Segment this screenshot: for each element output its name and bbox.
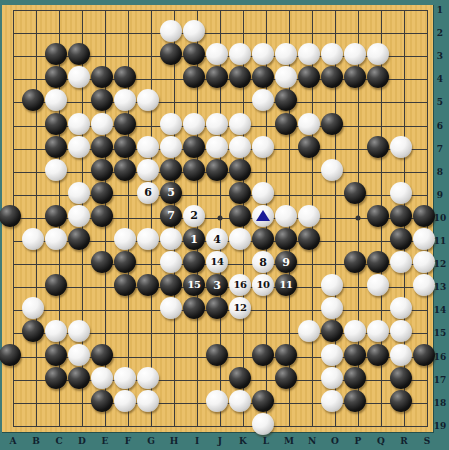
black-stone-I14[interactable]	[183, 297, 205, 319]
white-stone-C8[interactable]	[45, 159, 67, 181]
black-stone-Q12[interactable]	[367, 251, 389, 273]
black-stone-E12[interactable]	[91, 251, 113, 273]
black-stone-I3[interactable]	[183, 43, 205, 65]
white-stone-B14[interactable]	[22, 297, 44, 319]
white-stone-Q3[interactable]	[367, 43, 389, 65]
black-stone-B5[interactable]	[22, 89, 44, 111]
black-stone-L18[interactable]	[252, 390, 274, 412]
black-stone-M12[interactable]: 9	[275, 251, 297, 273]
black-stone-M5[interactable]	[275, 89, 297, 111]
white-stone-L19[interactable]	[252, 413, 274, 435]
black-stone-O15[interactable]	[321, 320, 343, 342]
black-stone-R11[interactable]	[390, 228, 412, 250]
triangle-marker	[256, 210, 270, 221]
white-stone-O14[interactable]	[321, 297, 343, 319]
black-stone-K8[interactable]	[229, 159, 251, 181]
move-number-6: 6	[144, 187, 152, 198]
row-label-16: 16	[434, 352, 447, 362]
black-stone-I7[interactable]	[183, 136, 205, 158]
black-stone-H10[interactable]: 7	[160, 205, 182, 227]
white-stone-M4[interactable]	[275, 66, 297, 88]
white-stone-L3[interactable]	[252, 43, 274, 65]
black-stone-F7[interactable]	[114, 136, 136, 158]
white-stone-C5[interactable]	[45, 89, 67, 111]
black-stone-C7[interactable]	[45, 136, 67, 158]
white-stone-I6[interactable]	[183, 113, 205, 135]
white-stone-R9[interactable]	[390, 182, 412, 204]
row-label-9: 9	[437, 190, 443, 200]
white-stone-N6[interactable]	[298, 113, 320, 135]
white-stone-D9[interactable]	[68, 182, 90, 204]
row-label-3: 3	[437, 51, 443, 61]
black-stone-I8[interactable]	[183, 159, 205, 181]
white-stone-O16[interactable]	[321, 344, 343, 366]
white-stone-K7[interactable]	[229, 136, 251, 158]
column-label-K: K	[239, 436, 247, 446]
white-stone-D4[interactable]	[68, 66, 90, 88]
black-stone-F4[interactable]	[114, 66, 136, 88]
black-stone-F8[interactable]	[114, 159, 136, 181]
move-number-16: 16	[234, 280, 247, 290]
black-stone-N11[interactable]	[298, 228, 320, 250]
black-stone-P4[interactable]	[344, 66, 366, 88]
white-stone-O17[interactable]	[321, 367, 343, 389]
white-stone-S11[interactable]	[413, 228, 435, 250]
star-point-J10	[218, 215, 223, 220]
black-stone-E9[interactable]	[91, 182, 113, 204]
black-stone-J8[interactable]	[206, 159, 228, 181]
black-stone-E10[interactable]	[91, 205, 113, 227]
white-stone-J6[interactable]	[206, 113, 228, 135]
black-stone-S16[interactable]	[413, 344, 435, 366]
column-label-A: A	[10, 436, 17, 446]
black-stone-F6[interactable]	[114, 113, 136, 135]
white-stone-M10[interactable]	[275, 205, 297, 227]
black-stone-I13[interactable]: 15	[183, 274, 205, 296]
white-stone-R16[interactable]	[390, 344, 412, 366]
white-stone-G18[interactable]	[137, 390, 159, 412]
star-point-P10	[356, 215, 361, 220]
row-label-8: 8	[437, 167, 443, 177]
white-stone-I2[interactable]	[183, 20, 205, 42]
white-stone-N10[interactable]	[298, 205, 320, 227]
black-stone-K4[interactable]	[229, 66, 251, 88]
row-label-1: 1	[437, 5, 443, 15]
black-stone-M6[interactable]	[275, 113, 297, 135]
black-stone-Q7[interactable]	[367, 136, 389, 158]
white-stone-L5[interactable]	[252, 89, 274, 111]
black-stone-P18[interactable]	[344, 390, 366, 412]
white-stone-L13[interactable]: 10	[252, 274, 274, 296]
move-number-14: 14	[211, 257, 224, 267]
black-stone-I4[interactable]	[183, 66, 205, 88]
move-number-12: 12	[234, 303, 247, 313]
black-stone-P9[interactable]	[344, 182, 366, 204]
black-stone-D3[interactable]	[68, 43, 90, 65]
black-stone-Q10[interactable]	[367, 205, 389, 227]
move-number-8: 8	[259, 257, 267, 268]
black-stone-K10[interactable]	[229, 205, 251, 227]
column-label-G: G	[147, 436, 155, 446]
black-stone-J13[interactable]: 3	[206, 274, 228, 296]
white-stone-J3[interactable]	[206, 43, 228, 65]
row-label-17: 17	[434, 375, 447, 385]
white-stone-J7[interactable]	[206, 136, 228, 158]
white-stone-J11[interactable]: 4	[206, 228, 228, 250]
row-label-18: 18	[434, 398, 447, 408]
black-stone-N7[interactable]	[298, 136, 320, 158]
row-label-12: 12	[434, 259, 447, 269]
row-label-11: 11	[434, 236, 447, 246]
white-stone-H11[interactable]	[160, 228, 182, 250]
black-stone-R18[interactable]	[390, 390, 412, 412]
row-label-10: 10	[434, 213, 447, 223]
black-stone-R10[interactable]	[390, 205, 412, 227]
black-stone-E7[interactable]	[91, 136, 113, 158]
white-stone-J12[interactable]: 14	[206, 251, 228, 273]
white-stone-I10[interactable]: 2	[183, 205, 205, 227]
white-stone-C15[interactable]	[45, 320, 67, 342]
white-stone-D15[interactable]	[68, 320, 90, 342]
white-stone-N15[interactable]	[298, 320, 320, 342]
move-number-2: 2	[190, 210, 198, 221]
white-stone-N3[interactable]	[298, 43, 320, 65]
white-stone-O3[interactable]	[321, 43, 343, 65]
black-stone-P12[interactable]	[344, 251, 366, 273]
white-stone-R15[interactable]	[390, 320, 412, 342]
column-label-R: R	[400, 436, 407, 446]
white-stone-C11[interactable]	[45, 228, 67, 250]
column-label-C: C	[55, 436, 62, 446]
black-stone-J4[interactable]	[206, 66, 228, 88]
column-label-H: H	[170, 436, 179, 446]
move-number-5: 5	[167, 187, 175, 198]
column-label-I: I	[195, 436, 199, 446]
white-stone-R7[interactable]	[390, 136, 412, 158]
column-label-M: M	[284, 436, 294, 446]
black-stone-Q16[interactable]	[367, 344, 389, 366]
white-stone-H2[interactable]	[160, 20, 182, 42]
black-stone-C3[interactable]	[45, 43, 67, 65]
row-label-19: 19	[434, 421, 447, 431]
white-stone-K13[interactable]: 16	[229, 274, 251, 296]
white-stone-G7[interactable]	[137, 136, 159, 158]
white-stone-S12[interactable]	[413, 251, 435, 273]
black-stone-H9[interactable]: 5	[160, 182, 182, 204]
black-stone-G13[interactable]	[137, 274, 159, 296]
black-stone-E4[interactable]	[91, 66, 113, 88]
row-label-6: 6	[437, 121, 443, 131]
move-number-15: 15	[188, 280, 201, 290]
white-stone-H6[interactable]	[160, 113, 182, 135]
column-label-B: B	[32, 436, 40, 446]
black-stone-K17[interactable]	[229, 367, 251, 389]
black-stone-I12[interactable]	[183, 251, 205, 273]
black-stone-L4[interactable]	[252, 66, 274, 88]
black-stone-H8[interactable]	[160, 159, 182, 181]
column-label-S: S	[424, 436, 431, 446]
black-stone-L16[interactable]	[252, 344, 274, 366]
move-number-1: 1	[190, 234, 198, 245]
black-stone-N4[interactable]	[298, 66, 320, 88]
grid-line-horizontal	[13, 426, 428, 427]
row-label-5: 5	[437, 97, 443, 107]
white-stone-G5[interactable]	[137, 89, 159, 111]
white-stone-K11[interactable]	[229, 228, 251, 250]
black-stone-H3[interactable]	[160, 43, 182, 65]
black-stone-E16[interactable]	[91, 344, 113, 366]
black-stone-S10[interactable]	[413, 205, 435, 227]
black-stone-C6[interactable]	[45, 113, 67, 135]
white-stone-G17[interactable]	[137, 367, 159, 389]
black-stone-K9[interactable]	[229, 182, 251, 204]
white-stone-F5[interactable]	[114, 89, 136, 111]
white-stone-D7[interactable]	[68, 136, 90, 158]
black-stone-P17[interactable]	[344, 367, 366, 389]
row-label-13: 13	[434, 282, 447, 292]
black-stone-O6[interactable]	[321, 113, 343, 135]
white-stone-G8[interactable]	[137, 159, 159, 181]
white-stone-S13[interactable]	[413, 274, 435, 296]
black-stone-M13[interactable]: 11	[275, 274, 297, 296]
white-stone-F11[interactable]	[114, 228, 136, 250]
white-stone-D10[interactable]	[68, 205, 90, 227]
black-stone-M11[interactable]	[275, 228, 297, 250]
black-stone-C16[interactable]	[45, 344, 67, 366]
white-stone-R14[interactable]	[390, 297, 412, 319]
white-stone-H14[interactable]	[160, 297, 182, 319]
row-label-4: 4	[437, 74, 443, 84]
black-stone-C4[interactable]	[45, 66, 67, 88]
move-number-10: 10	[257, 280, 270, 290]
white-stone-L10[interactable]	[252, 205, 274, 227]
white-stone-J18[interactable]	[206, 390, 228, 412]
row-label-2: 2	[437, 28, 443, 38]
white-stone-H7[interactable]	[160, 136, 182, 158]
black-stone-F13[interactable]	[114, 274, 136, 296]
black-stone-H13[interactable]	[160, 274, 182, 296]
move-number-11: 11	[280, 280, 293, 290]
black-stone-M16[interactable]	[275, 344, 297, 366]
black-stone-R17[interactable]	[390, 367, 412, 389]
white-stone-K18[interactable]	[229, 390, 251, 412]
white-stone-O18[interactable]	[321, 390, 343, 412]
black-stone-C13[interactable]	[45, 274, 67, 296]
column-label-P: P	[355, 436, 362, 446]
column-label-Q: Q	[377, 436, 385, 446]
white-stone-Q13[interactable]	[367, 274, 389, 296]
white-stone-D16[interactable]	[68, 344, 90, 366]
black-stone-B15[interactable]	[22, 320, 44, 342]
white-stone-R12[interactable]	[390, 251, 412, 273]
white-stone-F17[interactable]	[114, 367, 136, 389]
black-stone-C10[interactable]	[45, 205, 67, 227]
move-number-4: 4	[213, 234, 221, 245]
black-stone-A10[interactable]	[0, 205, 21, 227]
black-stone-J16[interactable]	[206, 344, 228, 366]
white-stone-E17[interactable]	[91, 367, 113, 389]
column-label-D: D	[78, 436, 86, 446]
move-number-7: 7	[167, 210, 175, 221]
column-label-J: J	[218, 436, 222, 446]
black-stone-J14[interactable]	[206, 297, 228, 319]
black-stone-E18[interactable]	[91, 390, 113, 412]
white-stone-K14[interactable]: 12	[229, 297, 251, 319]
black-stone-E5[interactable]	[91, 89, 113, 111]
white-stone-D6[interactable]	[68, 113, 90, 135]
white-stone-O13[interactable]	[321, 274, 343, 296]
black-stone-I11[interactable]: 1	[183, 228, 205, 250]
black-stone-O4[interactable]	[321, 66, 343, 88]
white-stone-M3[interactable]	[275, 43, 297, 65]
black-stone-E8[interactable]	[91, 159, 113, 181]
white-stone-L9[interactable]	[252, 182, 274, 204]
white-stone-Q15[interactable]	[367, 320, 389, 342]
column-label-F: F	[125, 436, 131, 446]
row-label-15: 15	[434, 328, 447, 338]
row-label-7: 7	[437, 144, 443, 154]
white-stone-P15[interactable]	[344, 320, 366, 342]
white-stone-L12[interactable]: 8	[252, 251, 274, 273]
white-stone-B11[interactable]	[22, 228, 44, 250]
white-stone-E6[interactable]	[91, 113, 113, 135]
black-stone-A16[interactable]	[0, 344, 21, 366]
column-label-O: O	[331, 436, 339, 446]
white-stone-G9[interactable]: 6	[137, 182, 159, 204]
column-label-N: N	[308, 436, 316, 446]
black-stone-Q4[interactable]	[367, 66, 389, 88]
black-stone-D17[interactable]	[68, 367, 90, 389]
black-stone-D11[interactable]	[68, 228, 90, 250]
white-stone-K3[interactable]	[229, 43, 251, 65]
go-board-screenshot: 657214148915316101112 ABCDEFGHIJKLMNOPQR…	[0, 0, 449, 450]
black-stone-F12[interactable]	[114, 251, 136, 273]
column-label-E: E	[102, 436, 109, 446]
black-stone-C17[interactable]	[45, 367, 67, 389]
column-label-L: L	[263, 436, 269, 446]
white-stone-F18[interactable]	[114, 390, 136, 412]
white-stone-G11[interactable]	[137, 228, 159, 250]
row-label-14: 14	[434, 305, 447, 315]
white-stone-P3[interactable]	[344, 43, 366, 65]
white-stone-K6[interactable]	[229, 113, 251, 135]
move-number-3: 3	[213, 280, 221, 291]
black-stone-P16[interactable]	[344, 344, 366, 366]
black-stone-L11[interactable]	[252, 228, 274, 250]
black-stone-M17[interactable]	[275, 367, 297, 389]
white-stone-O8[interactable]	[321, 159, 343, 181]
white-stone-H12[interactable]	[160, 251, 182, 273]
white-stone-L7[interactable]	[252, 136, 274, 158]
move-number-9: 9	[282, 257, 290, 268]
